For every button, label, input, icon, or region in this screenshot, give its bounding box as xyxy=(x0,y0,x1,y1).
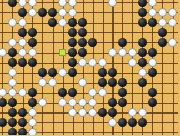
board-intersection[interactable]: ○ xyxy=(88,108,98,118)
board-intersection[interactable]: ● xyxy=(138,38,148,48)
board-intersection[interactable] xyxy=(108,128,118,136)
black-stone: ● xyxy=(128,118,138,128)
board-intersection[interactable] xyxy=(128,38,138,48)
board-intersection[interactable]: ● xyxy=(8,48,18,58)
board-intersection[interactable]: ○ xyxy=(158,8,168,18)
board-intersection[interactable]: ● xyxy=(18,118,28,128)
board-intersection[interactable] xyxy=(28,68,38,78)
board-intersection[interactable] xyxy=(98,28,108,38)
board-intersection[interactable] xyxy=(0,18,8,28)
board-intersection[interactable]: ● xyxy=(18,58,28,68)
board-intersection[interactable] xyxy=(0,38,8,48)
board-intersection[interactable] xyxy=(98,98,108,108)
board-intersection[interactable]: ○ xyxy=(28,108,38,118)
board-intersection[interactable] xyxy=(48,58,58,68)
board-intersection[interactable]: ○ xyxy=(88,98,98,108)
board-intersection[interactable]: ○ xyxy=(8,88,18,98)
board-intersection[interactable] xyxy=(148,78,158,88)
white-stone: ○ xyxy=(108,0,118,7)
board-intersection[interactable]: ○ xyxy=(98,88,108,98)
board-intersection[interactable] xyxy=(0,78,8,88)
board-intersection[interactable] xyxy=(168,78,178,88)
board-intersection[interactable]: ○ xyxy=(18,88,28,98)
board-intersection[interactable] xyxy=(118,108,128,118)
board-intersection[interactable] xyxy=(118,68,128,78)
board-intersection[interactable] xyxy=(158,128,168,136)
white-stone: ○ xyxy=(68,8,78,18)
board-intersection[interactable] xyxy=(98,8,108,18)
board-intersection[interactable]: ● xyxy=(138,8,148,18)
board-intersection[interactable]: ● xyxy=(98,68,108,78)
white-stone: ○ xyxy=(98,88,108,98)
board-intersection[interactable]: ● xyxy=(18,28,28,38)
board-intersection[interactable] xyxy=(128,28,138,38)
board-intersection[interactable]: ○ xyxy=(78,58,88,68)
board-intersection[interactable]: ● xyxy=(18,108,28,118)
board-intersection[interactable] xyxy=(38,18,48,28)
board-intersection[interactable] xyxy=(38,48,48,58)
board-intersection[interactable] xyxy=(168,28,178,38)
board-intersection[interactable] xyxy=(58,28,68,38)
board-intersection[interactable] xyxy=(168,118,178,128)
board-intersection[interactable]: ● xyxy=(8,108,18,118)
board-intersection[interactable]: ○ xyxy=(118,48,128,58)
board-intersection[interactable]: ○ xyxy=(108,48,118,58)
board-intersection[interactable]: ● xyxy=(118,88,128,98)
black-stone: ● xyxy=(68,88,78,98)
white-stone: ○ xyxy=(18,0,28,7)
board-intersection[interactable] xyxy=(58,58,68,68)
white-stone: ○ xyxy=(98,58,108,68)
board-intersection[interactable]: ○ xyxy=(18,38,28,48)
board-intersection[interactable] xyxy=(148,38,158,48)
board-intersection[interactable] xyxy=(108,88,118,98)
black-stone: ● xyxy=(148,68,158,78)
board-intersection[interactable] xyxy=(118,58,128,68)
board-intersection[interactable]: ● xyxy=(158,28,168,38)
black-stone: ● xyxy=(0,98,7,108)
board-intersection[interactable] xyxy=(128,8,138,18)
board-intersection[interactable] xyxy=(98,38,108,48)
board-intersection[interactable]: ● xyxy=(68,58,78,68)
board-intersection[interactable] xyxy=(88,128,98,136)
board-intersection[interactable]: ○ xyxy=(68,98,78,108)
go-board[interactable]: ●○○○○○●○●○●●○○●○○○○○●○●●●●○○●●●●●○○●●●●●… xyxy=(0,0,178,135)
white-stone: ○ xyxy=(58,8,68,18)
board-intersection[interactable] xyxy=(118,18,128,28)
black-stone: ● xyxy=(98,68,108,78)
board-intersection[interactable]: ○ xyxy=(78,98,88,108)
board-intersection[interactable] xyxy=(158,78,168,88)
board-intersection[interactable]: ● xyxy=(68,38,78,48)
board-intersection[interactable]: ○ xyxy=(128,48,138,58)
board-intersection[interactable] xyxy=(108,8,118,18)
board-intersection[interactable]: ● xyxy=(68,68,78,78)
board-intersection[interactable]: ● xyxy=(28,28,38,38)
board-intersection[interactable]: ○ xyxy=(18,0,28,8)
board-intersection[interactable]: ● xyxy=(48,18,58,28)
board-intersection[interactable]: ○ xyxy=(108,0,118,8)
board-intersection[interactable]: ○ xyxy=(88,88,98,98)
board-intersection[interactable]: ● xyxy=(88,38,98,48)
board-intersection[interactable] xyxy=(18,78,28,88)
board-intersection[interactable]: ● xyxy=(148,48,158,58)
board-intersection[interactable] xyxy=(38,118,48,128)
board-intersection[interactable]: ● xyxy=(8,128,18,136)
board-intersection[interactable] xyxy=(158,118,168,128)
board-intersection[interactable] xyxy=(168,88,178,98)
board-intersection[interactable] xyxy=(168,48,178,58)
white-stone: ○ xyxy=(8,78,18,88)
board-intersection[interactable] xyxy=(98,48,108,58)
board-intersection[interactable]: ○ xyxy=(68,8,78,18)
black-stone: ● xyxy=(108,78,118,88)
board-intersection[interactable] xyxy=(0,128,8,136)
white-stone: ○ xyxy=(168,38,178,48)
board-intersection[interactable]: ○ xyxy=(28,118,38,128)
board-intersection[interactable] xyxy=(168,68,178,78)
board-intersection[interactable]: ○ xyxy=(138,68,148,78)
board-intersection[interactable] xyxy=(88,48,98,58)
black-stone: ● xyxy=(18,58,28,68)
white-stone: ○ xyxy=(148,8,158,18)
black-stone: ● xyxy=(78,38,88,48)
board-intersection[interactable]: ● xyxy=(118,38,128,48)
board-intersection[interactable]: ○ xyxy=(158,18,168,28)
board-intersection[interactable] xyxy=(158,68,168,78)
board-intersection[interactable]: ○ xyxy=(38,98,48,108)
board-intersection[interactable]: ● xyxy=(108,108,118,118)
board-intersection[interactable] xyxy=(58,128,68,136)
board-intersection[interactable] xyxy=(48,128,58,136)
board-intersection[interactable]: ○ xyxy=(28,48,38,58)
board-intersection[interactable]: ● xyxy=(138,0,148,8)
board-intersection[interactable] xyxy=(68,128,78,136)
board-intersection[interactable]: ● xyxy=(138,58,148,68)
board-intersection[interactable] xyxy=(0,68,8,78)
board-intersection[interactable]: ● xyxy=(108,78,118,88)
board-intersection[interactable]: ○ xyxy=(128,58,138,68)
black-stone: ● xyxy=(118,88,128,98)
board-intersection[interactable]: ○ xyxy=(48,78,58,88)
board-intersection[interactable]: ● xyxy=(68,28,78,38)
board-intersection[interactable] xyxy=(158,98,168,108)
board-intersection[interactable]: ○ xyxy=(58,18,68,28)
board-intersection[interactable]: ○ xyxy=(168,18,178,28)
board-intersection[interactable] xyxy=(68,118,78,128)
board-intersection[interactable] xyxy=(128,98,138,108)
board-intersection[interactable] xyxy=(28,78,38,88)
board-intersection[interactable] xyxy=(48,38,58,48)
board-intersection[interactable]: ● xyxy=(28,58,38,68)
board-intersection[interactable] xyxy=(168,0,178,8)
board-intersection[interactable] xyxy=(158,48,168,58)
board-intersection[interactable] xyxy=(48,118,58,128)
board-intersection[interactable]: ● xyxy=(68,88,78,98)
white-stone: ○ xyxy=(108,118,118,128)
board-intersection[interactable] xyxy=(58,38,68,48)
board-intersection[interactable] xyxy=(28,18,38,28)
board-intersection[interactable] xyxy=(88,18,98,28)
black-stone: ● xyxy=(48,18,58,28)
board-intersection[interactable]: ● xyxy=(138,18,148,28)
board-intersection[interactable]: ○ xyxy=(148,58,158,68)
board-intersection[interactable] xyxy=(128,128,138,136)
board-intersection[interactable] xyxy=(0,58,8,68)
board-intersection[interactable]: ● xyxy=(78,18,88,28)
board-intersection[interactable] xyxy=(38,128,48,136)
black-stone: ● xyxy=(58,88,68,98)
black-stone: ● xyxy=(0,118,7,128)
board-intersection[interactable] xyxy=(168,128,178,136)
white-stone: ○ xyxy=(88,108,98,118)
board-intersection[interactable] xyxy=(158,88,168,98)
board-intersection[interactable]: ● xyxy=(8,118,18,128)
board-intersection[interactable] xyxy=(48,48,58,58)
board-intersection[interactable] xyxy=(58,118,68,128)
black-stone: ● xyxy=(148,18,158,28)
white-stone: ○ xyxy=(78,108,88,118)
black-stone: ● xyxy=(158,38,168,48)
board-intersection[interactable] xyxy=(128,78,138,88)
board-intersection[interactable]: ● xyxy=(98,78,108,88)
board-intersection[interactable]: ● xyxy=(68,48,78,58)
board-intersection[interactable]: ● xyxy=(148,98,158,108)
black-stone: ● xyxy=(108,98,118,108)
board-intersection[interactable] xyxy=(108,28,118,38)
board-intersection[interactable]: ○ xyxy=(78,108,88,118)
board-intersection[interactable] xyxy=(88,0,98,8)
board-intersection[interactable]: ● xyxy=(38,68,48,78)
black-stone: ● xyxy=(8,48,18,58)
white-stone: ○ xyxy=(58,98,68,108)
board-intersection[interactable]: ● xyxy=(28,98,38,108)
board-intersection[interactable]: ● xyxy=(28,38,38,48)
board-intersection[interactable] xyxy=(58,78,68,88)
board-intersection[interactable] xyxy=(0,0,8,8)
board-intersection[interactable]: ● xyxy=(138,78,148,88)
board-intersection[interactable] xyxy=(38,88,48,98)
board-intersection[interactable] xyxy=(8,28,18,38)
board-intersection[interactable]: ○ xyxy=(168,38,178,48)
board-intersection[interactable] xyxy=(98,118,108,128)
board-intersection[interactable] xyxy=(18,98,28,108)
board-intersection[interactable] xyxy=(158,108,168,118)
board-intersection[interactable]: ○ xyxy=(8,78,18,88)
board-intersection[interactable]: ○ xyxy=(58,98,68,108)
board-intersection[interactable]: ○ xyxy=(98,58,108,68)
board-intersection[interactable]: ● xyxy=(158,38,168,48)
board-intersection[interactable] xyxy=(148,28,158,38)
board-intersection[interactable]: ● xyxy=(78,38,88,48)
board-intersection[interactable] xyxy=(78,128,88,136)
white-stone: ○ xyxy=(78,58,88,68)
board-intersection[interactable] xyxy=(88,28,98,38)
board-intersection[interactable] xyxy=(108,58,118,68)
board-intersection[interactable]: ○ xyxy=(148,0,158,8)
board-intersection[interactable]: ● xyxy=(98,108,108,118)
board-intersection[interactable]: ○ xyxy=(148,8,158,18)
board-intersection[interactable]: ● xyxy=(118,118,128,128)
board-intersection[interactable] xyxy=(168,98,178,108)
board-intersection[interactable]: ○ xyxy=(8,18,18,28)
black-stone: ● xyxy=(118,38,128,48)
board-intersection[interactable] xyxy=(88,78,98,88)
board-intersection[interactable]: ● xyxy=(8,0,18,8)
board-intersection[interactable] xyxy=(158,58,168,68)
white-stone: ○ xyxy=(18,18,28,28)
board-intersection[interactable]: ○ xyxy=(58,0,68,8)
board-intersection[interactable] xyxy=(48,0,58,8)
white-stone: ○ xyxy=(168,8,178,18)
white-stone: ○ xyxy=(68,98,78,108)
board-intersection[interactable] xyxy=(78,8,88,18)
board-intersection[interactable] xyxy=(68,78,78,88)
board-intersection[interactable] xyxy=(98,128,108,136)
board-intersection[interactable]: ○ xyxy=(108,118,118,128)
white-stone: ○ xyxy=(58,18,68,28)
board-intersection[interactable]: ● xyxy=(108,68,118,78)
board-intersection[interactable]: ● xyxy=(48,8,58,18)
board-intersection[interactable] xyxy=(138,88,148,98)
board-intersection[interactable]: ● xyxy=(138,118,148,128)
board-intersection[interactable]: ○ xyxy=(28,8,38,18)
board-intersection[interactable]: ○ xyxy=(28,128,38,136)
board-intersection[interactable] xyxy=(58,108,68,118)
white-stone: ○ xyxy=(58,0,68,7)
board-intersection[interactable]: ● xyxy=(128,118,138,128)
board-intersection[interactable]: ○ xyxy=(88,58,98,68)
board-intersection[interactable] xyxy=(158,0,168,8)
board-intersection[interactable] xyxy=(78,88,88,98)
board-intersection[interactable]: ● xyxy=(118,78,128,88)
board-intersection[interactable]: ○ xyxy=(68,108,78,118)
board-intersection[interactable] xyxy=(38,58,48,68)
board-intersection[interactable] xyxy=(48,98,58,108)
board-intersection[interactable]: ○ xyxy=(28,0,38,8)
board-intersection[interactable] xyxy=(108,18,118,28)
board-intersection[interactable] xyxy=(98,0,108,8)
board-intersection[interactable] xyxy=(118,128,128,136)
white-stone: ○ xyxy=(128,58,138,68)
board-intersection[interactable] xyxy=(0,28,8,38)
board-intersection[interactable] xyxy=(78,0,88,8)
board-intersection[interactable]: ● xyxy=(138,48,148,58)
black-stone: ● xyxy=(68,38,78,48)
white-stone: ○ xyxy=(128,48,138,58)
board-intersection[interactable] xyxy=(38,38,48,48)
board-intersection[interactable] xyxy=(138,128,148,136)
board-intersection[interactable] xyxy=(48,88,58,98)
board-intersection[interactable]: ● xyxy=(58,88,68,98)
board-intersection[interactable]: ○ xyxy=(0,88,8,98)
board-intersection[interactable]: ○ xyxy=(168,8,178,18)
board-intersection[interactable]: ● xyxy=(18,8,28,18)
white-stone: ○ xyxy=(8,68,18,78)
board-intersection[interactable]: ● xyxy=(118,98,128,108)
board-intersection[interactable]: ● xyxy=(0,118,8,128)
board-intersection[interactable] xyxy=(48,28,58,38)
black-stone: ● xyxy=(118,98,128,108)
board-intersection[interactable]: ○ xyxy=(78,78,88,88)
board-intersection[interactable]: ● xyxy=(68,18,78,28)
board-intersection[interactable] xyxy=(148,118,158,128)
board-intersection[interactable] xyxy=(38,0,48,8)
board-intersection[interactable]: ● xyxy=(148,88,158,98)
board-intersection[interactable] xyxy=(128,18,138,28)
board-intersection[interactable]: ○ xyxy=(18,18,28,28)
board-intersection[interactable] xyxy=(168,58,178,68)
board-intersection[interactable]: ● xyxy=(148,68,158,78)
board-intersection[interactable] xyxy=(138,28,148,38)
board-intersection[interactable]: ● xyxy=(78,28,88,38)
board-intersection[interactable]: ● xyxy=(48,68,58,78)
board-intersection[interactable]: ○ xyxy=(68,0,78,8)
white-stone: ○ xyxy=(48,78,58,88)
board-intersection[interactable] xyxy=(48,108,58,118)
board-intersection[interactable]: ○ xyxy=(8,38,18,48)
board-intersection[interactable] xyxy=(88,68,98,78)
board-intersection[interactable] xyxy=(8,8,18,18)
board-intersection[interactable] xyxy=(58,48,68,58)
board-intersection[interactable] xyxy=(168,108,178,118)
board-intersection[interactable] xyxy=(148,108,158,118)
board-intersection[interactable] xyxy=(88,118,98,128)
board-intersection[interactable]: ○ xyxy=(8,68,18,78)
board-intersection[interactable]: ● xyxy=(148,18,158,28)
board-intersection[interactable]: ○ xyxy=(138,108,148,118)
board-intersection[interactable]: ● xyxy=(28,88,38,98)
board-intersection[interactable] xyxy=(128,88,138,98)
board-intersection[interactable]: ● xyxy=(0,98,8,108)
board-intersection[interactable] xyxy=(38,28,48,38)
board-intersection[interactable]: ● xyxy=(108,98,118,108)
board-intersection[interactable] xyxy=(128,68,138,78)
board-intersection[interactable] xyxy=(98,18,108,28)
board-intersection[interactable] xyxy=(88,8,98,18)
board-intersection[interactable] xyxy=(108,38,118,48)
board-intersection[interactable]: ○ xyxy=(58,68,68,78)
board-intersection[interactable] xyxy=(118,0,128,8)
board-intersection[interactable]: ● xyxy=(18,128,28,136)
black-stone: ● xyxy=(68,68,78,78)
board-intersection[interactable]: ○ xyxy=(18,48,28,58)
board-intersection[interactable]: ○ xyxy=(58,8,68,18)
board-intersection[interactable] xyxy=(118,8,128,18)
black-stone: ● xyxy=(148,48,158,58)
board-intersection[interactable] xyxy=(18,68,28,78)
board-intersection[interactable] xyxy=(138,98,148,108)
board-intersection[interactable] xyxy=(38,108,48,118)
board-intersection[interactable] xyxy=(0,8,8,18)
board-intersection[interactable]: ○ xyxy=(0,48,8,58)
board-intersection[interactable]: ○ xyxy=(38,78,48,88)
white-stone: ○ xyxy=(8,18,18,28)
board-intersection[interactable] xyxy=(118,28,128,38)
board-intersection[interactable] xyxy=(128,0,138,8)
board-intersection[interactable]: ○ xyxy=(128,108,138,118)
black-stone: ● xyxy=(48,8,58,18)
board-intersection[interactable]: ● xyxy=(78,48,88,58)
board-intersection[interactable] xyxy=(0,108,8,118)
black-stone: ● xyxy=(8,58,18,68)
board-intersection[interactable]: ● xyxy=(8,98,18,108)
board-intersection[interactable]: ● xyxy=(8,58,18,68)
board-intersection[interactable] xyxy=(148,128,158,136)
board-intersection[interactable]: ● xyxy=(38,8,48,18)
board-intersection[interactable] xyxy=(78,68,88,78)
board-intersection[interactable] xyxy=(78,118,88,128)
